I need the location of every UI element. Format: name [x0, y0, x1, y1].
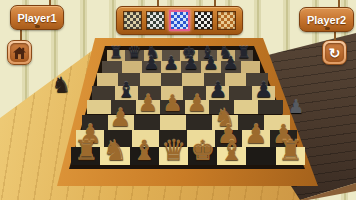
home-button[interactable]: [7, 40, 32, 65]
captured-black-knight: ♞: [52, 74, 71, 95]
restart-button-panel: ↻: [325, 43, 344, 62]
player2-label: Player2: [307, 14, 346, 26]
theme-swatch-black[interactable]: [194, 11, 213, 30]
home-icon: [13, 47, 26, 59]
theme-swatch-wood-light[interactable]: [123, 11, 142, 30]
theme-selector-bar: [116, 6, 243, 35]
home-button-panel: [10, 43, 29, 62]
nail: [325, 27, 330, 30]
theme-swatch-blue[interactable]: [169, 10, 190, 31]
captured-black-pawn: ♟: [288, 98, 304, 116]
theme-swatch-green-dark[interactable]: [146, 11, 165, 30]
restart-button[interactable]: ↻: [322, 40, 347, 65]
restart-icon: ↻: [329, 46, 341, 60]
player1-label: Player1: [17, 12, 56, 24]
game-screen: ♜♛♞♚♝♞♜♟♟♟♟♟♝♟♟♟♟♟♟♞♟♟♟♟♜♞♝♛♚♝♜ Player1 …: [0, 0, 356, 200]
player2-sign: Player2: [299, 7, 354, 32]
player1-sign: Player1: [10, 5, 64, 30]
theme-swatch-wood-brown[interactable]: [217, 11, 236, 30]
nail: [35, 25, 40, 28]
